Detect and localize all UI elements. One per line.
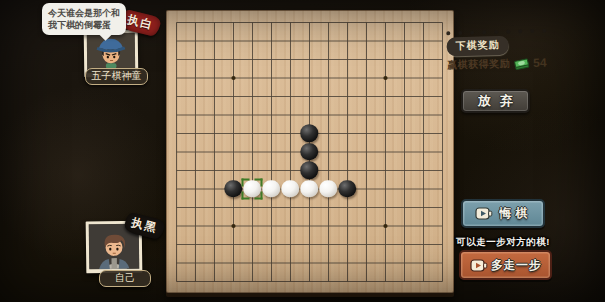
reward-description: 赢棋获得奖励 (447, 57, 510, 73)
opponent-speech-bubble: 今天谁会是那个和 我下棋的倒霉蛋 (42, 3, 126, 35)
watch-ad-video-icon (475, 206, 493, 221)
reward-title-badge: 下棋奖励 (446, 36, 509, 57)
undo-move-label: 悔棋 (498, 205, 532, 222)
undo-move-button[interactable]: 悔棋 (461, 199, 545, 228)
watch-ad-video-icon (470, 258, 488, 273)
black-stone (224, 180, 242, 198)
white-stone (300, 180, 318, 198)
white-stone (281, 180, 299, 198)
paper-perforation-dots (446, 29, 546, 36)
give-up-label: 放弃 (469, 92, 522, 110)
player-name-banner: 自己 (99, 270, 151, 287)
gomoku-board[interactable] (166, 10, 454, 293)
black-stone (300, 143, 318, 161)
black-stone (300, 124, 318, 142)
white-stone (319, 180, 337, 198)
extra-move-button[interactable]: 多走一步 (459, 250, 552, 280)
speech-line-2: 我下棋的倒霉蛋 (48, 19, 120, 31)
reward-note: 下棋奖励 赢棋获得奖励 54 (438, 24, 556, 89)
speech-line-1: 今天谁会是那个和 (48, 7, 120, 19)
opponent-name-banner: 五子棋神童 (85, 68, 148, 85)
gomoku-game-screen: 今天谁会是那个和 我下棋的倒霉蛋 执白 五子棋神童 (0, 0, 605, 302)
last-move-marker (242, 178, 263, 199)
stones-layer (167, 11, 453, 292)
extra-move-tip: 可以走一步对方的棋! (447, 236, 559, 249)
black-stone (338, 180, 356, 198)
reward-amount: 54 (533, 56, 547, 70)
give-up-button[interactable]: 放弃 (461, 89, 530, 113)
white-stone (262, 180, 280, 198)
black-stone (300, 161, 318, 179)
cash-icon (513, 57, 530, 70)
extra-move-label: 多走一步 (491, 257, 541, 274)
